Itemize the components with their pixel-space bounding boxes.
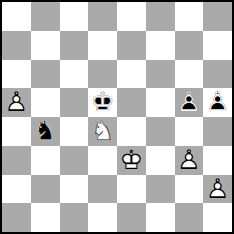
square-h7[interactable]: [203, 31, 232, 60]
square-f4[interactable]: [146, 117, 175, 146]
square-d2[interactable]: [88, 175, 117, 204]
piece-white-pawn: ♟♙: [203, 175, 232, 204]
square-b3[interactable]: [31, 146, 60, 175]
square-f5[interactable]: [146, 88, 175, 117]
square-c8[interactable]: [60, 2, 89, 31]
square-f8[interactable]: [146, 2, 175, 31]
square-h6[interactable]: [203, 60, 232, 89]
piece-white-knight: ♞♘: [88, 117, 117, 146]
square-g1[interactable]: [175, 203, 204, 232]
square-e8[interactable]: [117, 2, 146, 31]
black-king-outline: ♔: [88, 88, 117, 117]
square-f6[interactable]: [146, 60, 175, 89]
square-e7[interactable]: [117, 31, 146, 60]
square-b5[interactable]: [31, 88, 60, 117]
square-h8[interactable]: [203, 2, 232, 31]
square-e5[interactable]: [117, 88, 146, 117]
square-d3[interactable]: [88, 146, 117, 175]
square-d8[interactable]: [88, 2, 117, 31]
square-g6[interactable]: [175, 60, 204, 89]
square-f7[interactable]: [146, 31, 175, 60]
square-d5[interactable]: ♚♔: [88, 88, 117, 117]
square-b1[interactable]: [31, 203, 60, 232]
square-b6[interactable]: [31, 60, 60, 89]
white-pawn-outline: ♙: [203, 175, 232, 204]
square-h4[interactable]: [203, 117, 232, 146]
square-c3[interactable]: [60, 146, 89, 175]
square-b4[interactable]: ♞♘: [31, 117, 60, 146]
piece-black-king: ♚♔: [88, 88, 117, 117]
square-a3[interactable]: [2, 146, 31, 175]
square-a8[interactable]: [2, 2, 31, 31]
square-h5[interactable]: ♟♙: [203, 88, 232, 117]
square-d4[interactable]: ♞♘: [88, 117, 117, 146]
square-g5[interactable]: ♟♙: [175, 88, 204, 117]
square-d1[interactable]: [88, 203, 117, 232]
square-c4[interactable]: [60, 117, 89, 146]
chess-board: ♟♙♚♔♟♙♟♙♞♘♞♘♚♔♟♙♟♙: [0, 0, 234, 234]
square-g8[interactable]: [175, 2, 204, 31]
square-h3[interactable]: [203, 146, 232, 175]
square-f1[interactable]: [146, 203, 175, 232]
square-a7[interactable]: [2, 31, 31, 60]
square-c1[interactable]: [60, 203, 89, 232]
square-a6[interactable]: [2, 60, 31, 89]
square-c5[interactable]: [60, 88, 89, 117]
square-e4[interactable]: [117, 117, 146, 146]
square-c7[interactable]: [60, 31, 89, 60]
square-h2[interactable]: ♟♙: [203, 175, 232, 204]
square-b2[interactable]: [31, 175, 60, 204]
square-h1[interactable]: [203, 203, 232, 232]
square-d7[interactable]: [88, 31, 117, 60]
piece-black-pawn: ♟♙: [203, 88, 232, 117]
square-a1[interactable]: [2, 203, 31, 232]
piece-white-king: ♚♔: [117, 146, 146, 175]
square-b8[interactable]: [31, 2, 60, 31]
square-e6[interactable]: [117, 60, 146, 89]
black-pawn-outline: ♙: [175, 88, 204, 117]
square-g4[interactable]: [175, 117, 204, 146]
square-b7[interactable]: [31, 31, 60, 60]
square-g2[interactable]: [175, 175, 204, 204]
piece-white-pawn: ♟♙: [2, 88, 31, 117]
square-a4[interactable]: [2, 117, 31, 146]
white-king-outline: ♔: [117, 146, 146, 175]
white-pawn-outline: ♙: [2, 88, 31, 117]
square-g7[interactable]: [175, 31, 204, 60]
square-c6[interactable]: [60, 60, 89, 89]
square-f2[interactable]: [146, 175, 175, 204]
square-e1[interactable]: [117, 203, 146, 232]
white-knight-outline: ♘: [88, 117, 117, 146]
black-pawn-outline: ♙: [203, 88, 232, 117]
white-pawn-outline: ♙: [175, 146, 204, 175]
black-knight-outline: ♘: [31, 117, 60, 146]
square-a2[interactable]: [2, 175, 31, 204]
square-d6[interactable]: [88, 60, 117, 89]
square-e2[interactable]: [117, 175, 146, 204]
square-e3[interactable]: ♚♔: [117, 146, 146, 175]
piece-black-pawn: ♟♙: [175, 88, 204, 117]
piece-white-pawn: ♟♙: [175, 146, 204, 175]
square-f3[interactable]: [146, 146, 175, 175]
piece-black-knight: ♞♘: [31, 117, 60, 146]
square-c2[interactable]: [60, 175, 89, 204]
square-g3[interactable]: ♟♙: [175, 146, 204, 175]
square-a5[interactable]: ♟♙: [2, 88, 31, 117]
